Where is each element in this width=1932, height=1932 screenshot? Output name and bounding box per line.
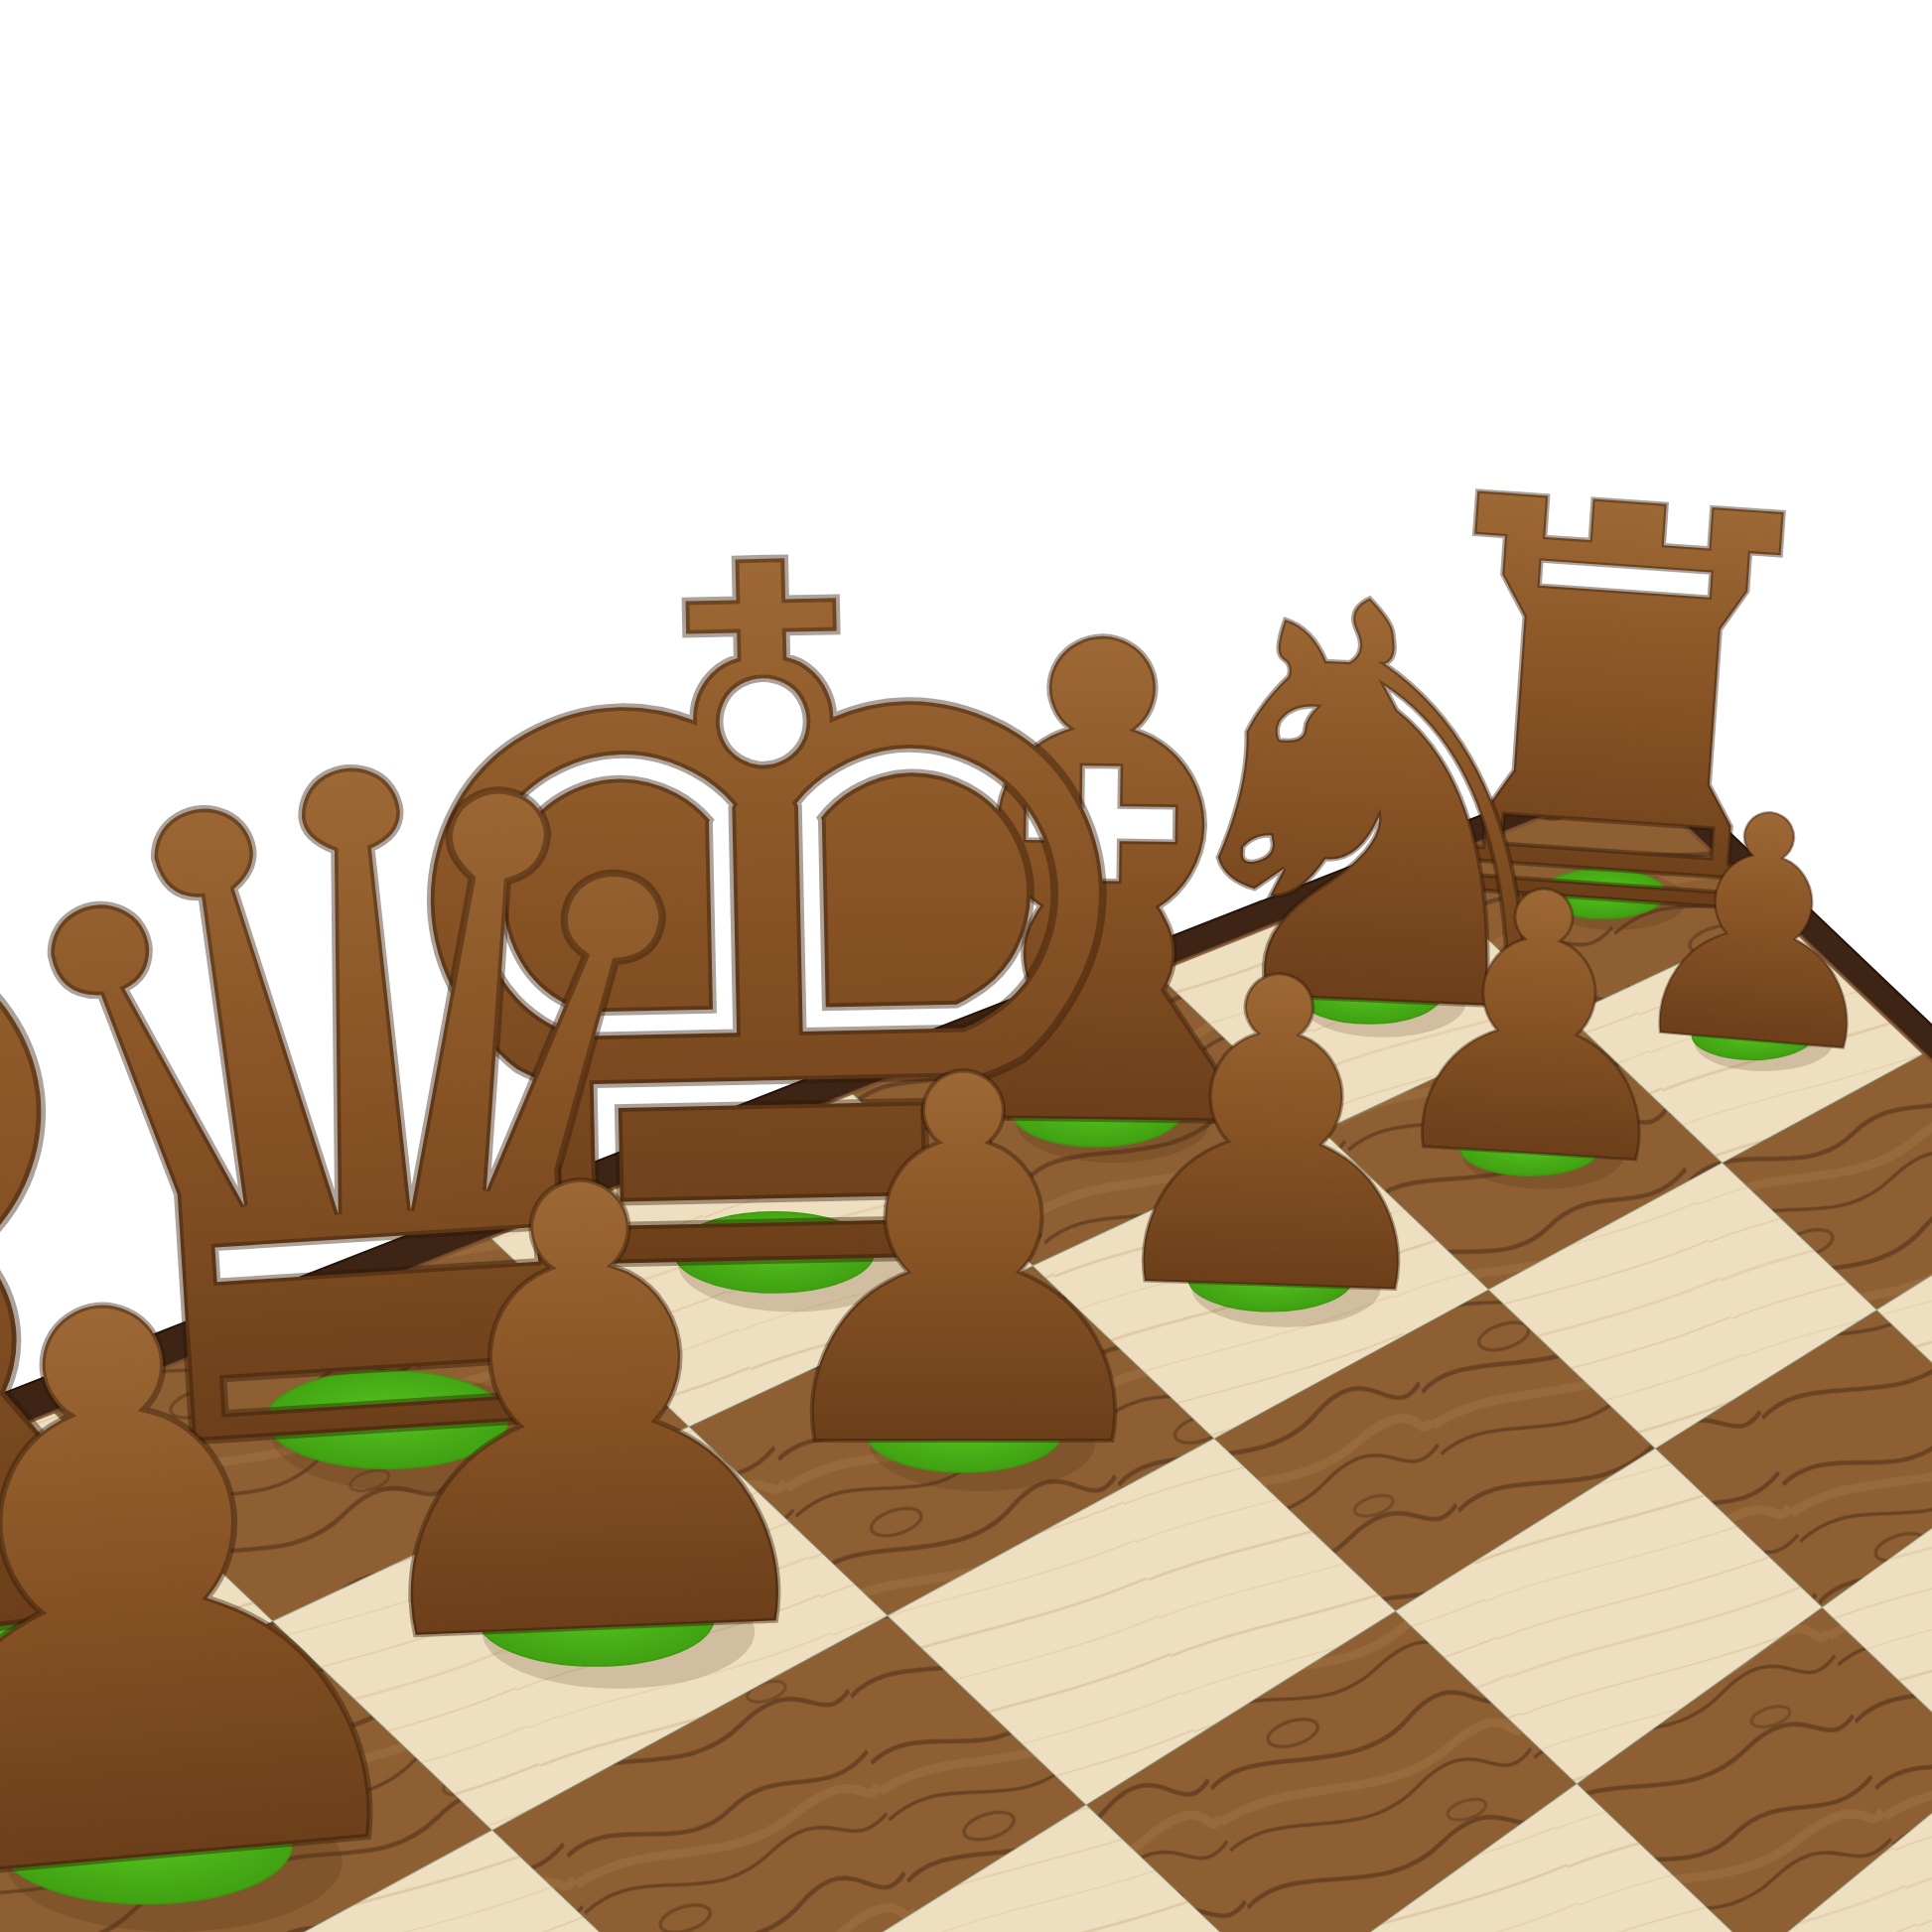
pawn-c2: ♟ [0, 1126, 501, 1932]
chess-set-photo: ♜♞♟♝♟♚♟♛♟♟♝♟ [0, 0, 1932, 1932]
pawn-glyph: ♟ [0, 1126, 501, 1932]
chess-board: ♜♞♟♝♟♚♟♛♟♟♝♟ [0, 0, 1932, 1932]
